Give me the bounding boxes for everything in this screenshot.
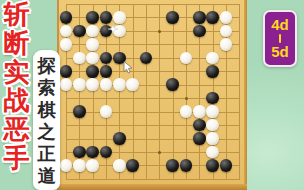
subtitle-character: 道 xyxy=(33,165,60,187)
rank-range-badge: 4d 5d xyxy=(263,10,297,67)
banner-character: 恶 xyxy=(0,115,33,144)
black-stone xyxy=(206,65,219,78)
black-stone xyxy=(73,25,86,38)
black-stone xyxy=(73,146,86,159)
white-stone xyxy=(86,25,99,38)
subtitle-character: 探 xyxy=(33,55,60,77)
white-stone xyxy=(220,11,233,24)
black-stone xyxy=(166,159,179,172)
black-stone xyxy=(193,119,206,132)
white-stone xyxy=(86,159,99,172)
grid-line-horizontal xyxy=(66,4,240,5)
subtitle-character: 之 xyxy=(33,121,60,143)
star-point xyxy=(158,30,161,33)
black-stone xyxy=(140,52,153,65)
white-stone xyxy=(73,159,86,172)
black-stone xyxy=(193,25,206,38)
black-stone xyxy=(60,65,73,78)
black-stone xyxy=(126,159,139,172)
white-stone xyxy=(73,78,86,91)
white-stone xyxy=(180,105,193,118)
black-stone xyxy=(166,11,179,24)
black-stone xyxy=(113,132,126,145)
white-stone xyxy=(86,52,99,65)
subtitle-character: 正 xyxy=(33,143,60,165)
white-stone xyxy=(86,38,99,51)
black-stone xyxy=(86,65,99,78)
mouse-cursor-icon[interactable] xyxy=(123,60,133,78)
banner-character: 手 xyxy=(0,144,33,173)
black-stone xyxy=(86,146,99,159)
board-edge-right xyxy=(244,0,247,190)
white-stone xyxy=(60,159,73,172)
white-stone xyxy=(220,25,233,38)
white-stone xyxy=(86,78,99,91)
banner-character: 斩 xyxy=(0,0,33,29)
white-stone xyxy=(60,78,73,91)
white-stone xyxy=(113,78,126,91)
white-stone xyxy=(60,38,73,51)
white-stone xyxy=(73,52,86,65)
white-stone xyxy=(206,52,219,65)
rank-top-label: 4d xyxy=(271,17,289,33)
white-stone xyxy=(60,25,73,38)
title-banner-left: 斩断实战恶手 xyxy=(0,0,33,190)
white-stone xyxy=(220,38,233,51)
black-stone xyxy=(193,132,206,145)
black-stone xyxy=(206,11,219,24)
grid-line-horizontal xyxy=(66,179,240,180)
black-stone xyxy=(206,159,219,172)
white-stone xyxy=(113,159,126,172)
white-stone xyxy=(193,105,206,118)
black-stone xyxy=(193,11,206,24)
black-stone xyxy=(180,159,193,172)
banner-character: 实 xyxy=(0,58,33,87)
black-stone xyxy=(100,146,113,159)
star-point xyxy=(158,151,161,154)
banner-character: 断 xyxy=(0,29,33,58)
white-stone xyxy=(206,146,219,159)
subtitle-banner: 探索棋之正道 xyxy=(33,50,60,190)
black-stone xyxy=(86,11,99,24)
black-stone xyxy=(220,159,233,172)
black-stone xyxy=(100,65,113,78)
black-stone xyxy=(73,105,86,118)
go-board[interactable] xyxy=(57,0,247,190)
star-point xyxy=(185,97,188,100)
rank-bottom-label: 5d xyxy=(271,44,289,60)
white-stone xyxy=(126,78,139,91)
sparkle-marker-icon xyxy=(108,20,118,38)
white-stone xyxy=(206,132,219,145)
subtitle-character: 索 xyxy=(33,77,60,99)
white-stone xyxy=(100,78,113,91)
black-stone xyxy=(100,52,113,65)
rank-separator-icon xyxy=(279,34,281,43)
white-stone xyxy=(206,119,219,132)
black-stone xyxy=(206,92,219,105)
subtitle-character: 棋 xyxy=(33,99,60,121)
thumbnail-background: 斩断实战恶手 探索棋之正道 4d 5d xyxy=(0,0,304,190)
white-stone xyxy=(206,105,219,118)
board-edge-bottom xyxy=(57,184,247,190)
white-stone xyxy=(180,52,193,65)
banner-character: 战 xyxy=(0,86,33,115)
black-stone xyxy=(60,11,73,24)
black-stone xyxy=(166,78,179,91)
white-stone xyxy=(100,105,113,118)
